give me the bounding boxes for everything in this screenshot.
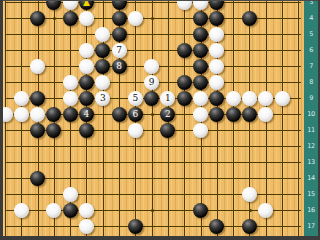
black-stone[interactable] [177, 91, 192, 106]
black-stone[interactable] [242, 219, 257, 234]
black-stone[interactable] [144, 91, 159, 106]
black-stone[interactable] [30, 91, 45, 106]
black-stone[interactable] [30, 123, 45, 138]
window-border-left [0, 0, 3, 240]
black-stone[interactable] [79, 75, 94, 90]
white-stone[interactable] [258, 91, 273, 106]
black-stone[interactable] [46, 107, 61, 122]
black-stone[interactable] [112, 107, 127, 122]
go-applet-window: ▲789351462 34567891011121314151617 [0, 0, 320, 240]
black-stone[interactable] [95, 43, 110, 58]
row-coordinate-label: 5 [304, 30, 318, 38]
black-stone[interactable] [63, 11, 78, 26]
black-stone[interactable] [209, 0, 224, 10]
move-number-label: 1 [165, 91, 171, 106]
white-stone[interactable] [209, 43, 224, 58]
white-stone[interactable] [63, 187, 78, 202]
move-number-label: 4 [84, 107, 90, 122]
black-stone[interactable] [193, 203, 208, 218]
white-stone[interactable] [63, 91, 78, 106]
black-stone[interactable] [177, 75, 192, 90]
white-stone[interactable] [177, 0, 192, 10]
black-stone[interactable] [79, 91, 94, 106]
white-stone[interactable] [79, 11, 94, 26]
row-coordinate-label: 11 [304, 126, 318, 134]
coordinate-strip: 34567891011121314151617 [304, 0, 318, 236]
black-stone[interactable] [209, 107, 224, 122]
black-stone[interactable] [160, 123, 175, 138]
black-stone[interactable] [193, 27, 208, 42]
black-stone[interactable] [63, 107, 78, 122]
white-stone[interactable] [258, 107, 273, 122]
black-stone[interactable] [193, 75, 208, 90]
row-coordinate-label: 16 [304, 206, 318, 214]
white-stone[interactable]: 9 [144, 75, 159, 90]
white-stone[interactable] [209, 59, 224, 74]
white-stone[interactable] [95, 27, 110, 42]
black-stone[interactable] [209, 91, 224, 106]
white-stone[interactable] [63, 0, 78, 10]
move-number-label: 6 [133, 107, 139, 122]
white-stone[interactable] [226, 91, 241, 106]
white-stone[interactable] [79, 219, 94, 234]
black-stone[interactable]: ▲ [79, 0, 94, 10]
white-stone[interactable] [79, 43, 94, 58]
black-stone[interactable] [30, 11, 45, 26]
move-number-label: 2 [165, 107, 171, 122]
black-stone[interactable] [79, 123, 94, 138]
white-stone[interactable] [95, 75, 110, 90]
black-stone[interactable] [209, 11, 224, 26]
white-stone[interactable] [14, 107, 29, 122]
row-coordinate-label: 17 [304, 222, 318, 230]
black-stone[interactable] [242, 107, 257, 122]
black-stone[interactable] [112, 27, 127, 42]
white-stone[interactable] [242, 187, 257, 202]
black-stone[interactable] [95, 59, 110, 74]
black-stone[interactable]: 2 [160, 107, 175, 122]
white-stone[interactable] [193, 0, 208, 10]
white-stone[interactable] [275, 91, 290, 106]
black-stone[interactable] [46, 123, 61, 138]
white-stone[interactable] [128, 11, 143, 26]
black-stone[interactable] [112, 11, 127, 26]
white-stone[interactable] [63, 75, 78, 90]
white-stone[interactable] [30, 59, 45, 74]
row-coordinate-label: 14 [304, 174, 318, 182]
triangle-mark-icon: ▲ [79, 0, 94, 10]
black-stone[interactable] [226, 107, 241, 122]
move-number-label: 5 [133, 91, 139, 106]
white-stone[interactable] [144, 59, 159, 74]
white-stone[interactable] [128, 123, 143, 138]
black-stone[interactable] [128, 219, 143, 234]
go-board[interactable]: ▲789351462 [0, 0, 304, 236]
black-stone[interactable] [63, 203, 78, 218]
white-stone[interactable] [79, 203, 94, 218]
black-stone[interactable]: 4 [79, 107, 94, 122]
white-stone[interactable]: 5 [128, 91, 143, 106]
white-stone[interactable] [193, 123, 208, 138]
row-coordinate-label: 9 [304, 94, 318, 102]
white-stone[interactable] [242, 91, 257, 106]
window-border-top [0, 0, 320, 1]
white-stone[interactable]: 1 [160, 91, 175, 106]
window-border-bottom [0, 236, 320, 240]
white-stone[interactable] [14, 91, 29, 106]
black-stone[interactable] [112, 0, 127, 10]
black-stone[interactable]: 6 [128, 107, 143, 122]
move-number-label: 9 [149, 75, 155, 90]
white-stone[interactable] [46, 203, 61, 218]
black-stone[interactable] [193, 11, 208, 26]
white-stone[interactable] [209, 27, 224, 42]
row-coordinate-label: 10 [304, 110, 318, 118]
row-coordinate-label: 4 [304, 14, 318, 22]
move-number-label: 7 [116, 43, 122, 58]
white-stone[interactable]: 3 [95, 91, 110, 106]
row-coordinate-label: 8 [304, 78, 318, 86]
black-stone[interactable] [30, 171, 45, 186]
stones-grid: ▲789351462 [0, 0, 304, 234]
row-coordinate-label: 7 [304, 62, 318, 70]
white-stone[interactable] [79, 59, 94, 74]
black-stone[interactable] [242, 11, 257, 26]
black-stone[interactable] [46, 0, 61, 10]
white-stone[interactable] [30, 107, 45, 122]
white-stone[interactable]: 7 [112, 43, 127, 58]
black-stone[interactable]: 8 [112, 59, 127, 74]
black-stone[interactable] [193, 59, 208, 74]
move-number-label: 8 [116, 59, 122, 74]
white-stone[interactable] [209, 75, 224, 90]
white-stone[interactable] [14, 203, 29, 218]
white-stone[interactable] [193, 91, 208, 106]
black-stone[interactable] [209, 219, 224, 234]
white-stone[interactable] [193, 107, 208, 122]
move-number-label: 3 [100, 91, 106, 106]
black-stone[interactable] [177, 43, 192, 58]
white-stone[interactable] [258, 203, 273, 218]
row-coordinate-label: 15 [304, 190, 318, 198]
row-coordinate-label: 12 [304, 142, 318, 150]
black-stone[interactable] [193, 43, 208, 58]
row-coordinate-label: 6 [304, 46, 318, 54]
row-coordinate-label: 13 [304, 158, 318, 166]
